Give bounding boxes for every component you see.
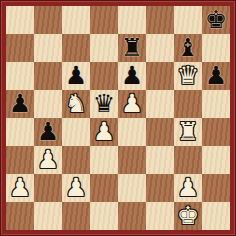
square-b3[interactable]: ♟ <box>34 146 62 174</box>
square-h7[interactable] <box>202 34 230 62</box>
square-a2[interactable]: ♟ <box>6 174 34 202</box>
square-f3[interactable] <box>146 146 174 174</box>
square-g3[interactable] <box>174 146 202 174</box>
square-g6[interactable]: ♛ <box>174 62 202 90</box>
board-grid: ♚♜♝♟♟♛♟♟♞♛♟♟♟♜♟♟♟♟♚ <box>6 6 230 230</box>
square-d1[interactable] <box>90 202 118 230</box>
square-e6[interactable]: ♟ <box>118 62 146 90</box>
square-e1[interactable] <box>118 202 146 230</box>
piece-white-pawn[interactable]: ♟ <box>118 90 146 118</box>
square-h2[interactable] <box>202 174 230 202</box>
piece-white-knight[interactable]: ♞ <box>62 90 90 118</box>
square-f6[interactable] <box>146 62 174 90</box>
square-h3[interactable] <box>202 146 230 174</box>
square-a6[interactable] <box>6 62 34 90</box>
square-g1[interactable]: ♚ <box>174 202 202 230</box>
square-e3[interactable] <box>118 146 146 174</box>
square-e2[interactable] <box>118 174 146 202</box>
square-h1[interactable] <box>202 202 230 230</box>
piece-white-pawn[interactable]: ♟ <box>90 118 118 146</box>
square-f4[interactable] <box>146 118 174 146</box>
square-d7[interactable] <box>90 34 118 62</box>
piece-white-king[interactable]: ♚ <box>174 202 202 230</box>
square-f8[interactable] <box>146 6 174 34</box>
piece-black-king[interactable]: ♚ <box>202 6 230 34</box>
piece-white-rook[interactable]: ♜ <box>174 118 202 146</box>
piece-white-pawn[interactable]: ♟ <box>34 146 62 174</box>
square-d6[interactable] <box>90 62 118 90</box>
square-d4[interactable]: ♟ <box>90 118 118 146</box>
square-h6[interactable]: ♟ <box>202 62 230 90</box>
square-f1[interactable] <box>146 202 174 230</box>
square-c8[interactable] <box>62 6 90 34</box>
square-e8[interactable] <box>118 6 146 34</box>
square-e7[interactable]: ♜ <box>118 34 146 62</box>
piece-white-pawn[interactable]: ♟ <box>6 174 34 202</box>
square-a4[interactable] <box>6 118 34 146</box>
square-e4[interactable] <box>118 118 146 146</box>
piece-white-queen[interactable]: ♛ <box>174 62 202 90</box>
square-g4[interactable]: ♜ <box>174 118 202 146</box>
piece-black-pawn[interactable]: ♟ <box>62 62 90 90</box>
square-a8[interactable] <box>6 6 34 34</box>
square-h4[interactable] <box>202 118 230 146</box>
square-a1[interactable] <box>6 202 34 230</box>
square-g5[interactable] <box>174 90 202 118</box>
square-b5[interactable] <box>34 90 62 118</box>
square-a7[interactable] <box>6 34 34 62</box>
square-h5[interactable] <box>202 90 230 118</box>
square-b1[interactable] <box>34 202 62 230</box>
square-g2[interactable]: ♟ <box>174 174 202 202</box>
square-f5[interactable] <box>146 90 174 118</box>
piece-black-bishop[interactable]: ♝ <box>174 34 202 62</box>
square-d2[interactable] <box>90 174 118 202</box>
chess-board-frame: ♚♜♝♟♟♛♟♟♞♛♟♟♟♜♟♟♟♟♚ <box>0 0 236 236</box>
square-d3[interactable] <box>90 146 118 174</box>
square-b4[interactable]: ♟ <box>34 118 62 146</box>
piece-black-pawn[interactable]: ♟ <box>202 62 230 90</box>
square-c7[interactable] <box>62 34 90 62</box>
square-c3[interactable] <box>62 146 90 174</box>
piece-black-rook[interactable]: ♜ <box>118 34 146 62</box>
piece-black-queen[interactable]: ♛ <box>90 90 118 118</box>
square-d8[interactable] <box>90 6 118 34</box>
square-c2[interactable]: ♟ <box>62 174 90 202</box>
square-c5[interactable]: ♞ <box>62 90 90 118</box>
square-e5[interactable]: ♟ <box>118 90 146 118</box>
piece-black-pawn[interactable]: ♟ <box>34 118 62 146</box>
square-c4[interactable] <box>62 118 90 146</box>
piece-white-pawn[interactable]: ♟ <box>174 174 202 202</box>
square-g8[interactable] <box>174 6 202 34</box>
square-g7[interactable]: ♝ <box>174 34 202 62</box>
square-b8[interactable] <box>34 6 62 34</box>
square-b2[interactable] <box>34 174 62 202</box>
square-b6[interactable] <box>34 62 62 90</box>
square-a3[interactable] <box>6 146 34 174</box>
square-b7[interactable] <box>34 34 62 62</box>
square-a5[interactable]: ♟ <box>6 90 34 118</box>
piece-black-pawn[interactable]: ♟ <box>6 90 34 118</box>
piece-white-pawn[interactable]: ♟ <box>62 174 90 202</box>
square-c6[interactable]: ♟ <box>62 62 90 90</box>
square-c1[interactable] <box>62 202 90 230</box>
square-d5[interactable]: ♛ <box>90 90 118 118</box>
square-h8[interactable]: ♚ <box>202 6 230 34</box>
square-f2[interactable] <box>146 174 174 202</box>
piece-black-pawn[interactable]: ♟ <box>118 62 146 90</box>
square-f7[interactable] <box>146 34 174 62</box>
